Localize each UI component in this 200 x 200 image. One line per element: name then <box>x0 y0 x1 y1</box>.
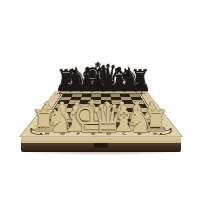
coordinate-label: 6 <box>149 101 151 102</box>
coordinate-label: 4 <box>154 109 157 110</box>
chess-set-photo: HGFEDCBA 87654321 87654321 ♜♞♝♚♛♝♞♜♟♟♟♟♟… <box>0 0 200 200</box>
coordinate-label: 5 <box>48 105 51 106</box>
coordinate-label: 8 <box>144 95 146 96</box>
black-bishop: ♝ <box>107 64 130 90</box>
coordinate-label: 1 <box>165 124 169 126</box>
black-knight: ♞ <box>65 64 88 90</box>
coordinate-label: 8 <box>55 95 57 96</box>
black-bishop: ♝ <box>75 64 98 90</box>
coordinate-label: C <box>122 132 127 135</box>
black-knight: ♞ <box>118 64 141 90</box>
square <box>142 122 160 128</box>
board-grid <box>41 94 161 129</box>
black-rook: ♜ <box>130 67 151 90</box>
coordinate-label: 2 <box>161 119 164 121</box>
coordinate-label: A <box>152 132 158 135</box>
coordinate-label: D <box>106 132 111 135</box>
file-labels: HGFEDCBA <box>38 131 165 136</box>
chess-board: HGFEDCBA 87654321 87654321 <box>19 91 183 137</box>
square <box>72 122 88 128</box>
black-queen: ♛ <box>95 61 122 91</box>
coordinate-label: 4 <box>45 109 48 110</box>
coordinate-label: 5 <box>151 105 154 106</box>
coordinate-label: 2 <box>38 119 41 121</box>
coordinate-label: 7 <box>53 98 55 99</box>
coordinate-label: 1 <box>33 124 37 126</box>
coordinate-label: 7 <box>146 98 148 99</box>
coordinate-label: G <box>60 132 66 135</box>
black-rook: ♜ <box>56 67 77 90</box>
box-latch <box>94 143 108 148</box>
coordinate-label: F <box>76 132 81 135</box>
coordinate-label: 3 <box>157 114 160 116</box>
coordinate-label: H <box>44 132 51 135</box>
coordinate-label: B <box>137 132 143 135</box>
square <box>86 122 101 128</box>
board-frame: HGFEDCBA 87654321 87654321 <box>19 91 183 137</box>
black-king: ♚ <box>82 58 112 92</box>
coordinate-label: 6 <box>51 101 53 102</box>
square <box>101 122 116 128</box>
coordinate-label: 3 <box>42 114 45 116</box>
coordinate-label: E <box>91 132 95 135</box>
